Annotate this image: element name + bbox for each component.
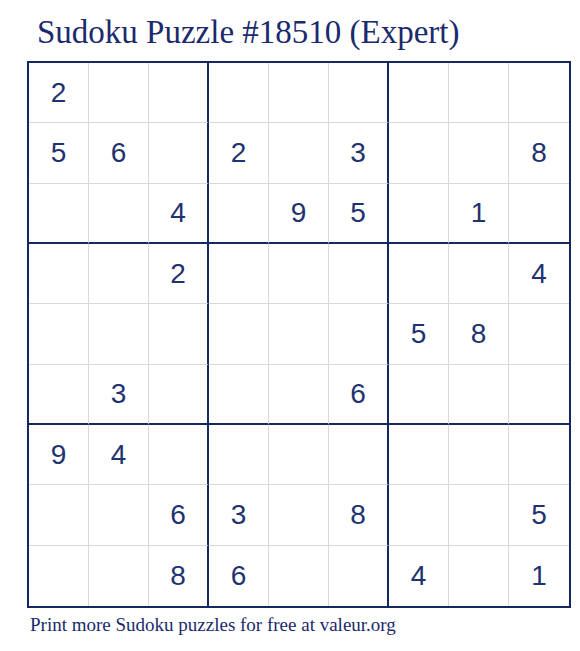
puzzle-title: Sudoku Puzzle #18510 (Expert)	[37, 11, 460, 53]
cell-r5c6	[329, 304, 389, 364]
cell-r4c5	[269, 244, 329, 304]
cell-r4c8	[449, 244, 509, 304]
cell-r5c3	[149, 304, 209, 364]
page: Sudoku Puzzle #18510 (Expert) 2562384951…	[0, 0, 580, 651]
cell-r9c9: 1	[509, 546, 569, 606]
cell-r9c5	[269, 546, 329, 606]
cell-r9c6	[329, 546, 389, 606]
cell-r6c2: 3	[89, 365, 149, 425]
cell-r9c8	[449, 546, 509, 606]
cell-r6c4	[209, 365, 269, 425]
cell-r7c6	[329, 425, 389, 485]
cell-r7c7	[389, 425, 449, 485]
cell-r7c4	[209, 425, 269, 485]
cell-r2c3	[149, 123, 209, 183]
cell-r5c1	[29, 304, 89, 364]
cell-r5c2	[89, 304, 149, 364]
cell-r9c4: 6	[209, 546, 269, 606]
cell-r7c3	[149, 425, 209, 485]
cell-r1c9	[509, 63, 569, 123]
cell-r6c8	[449, 365, 509, 425]
cell-r9c1	[29, 546, 89, 606]
cell-r3c5: 9	[269, 184, 329, 244]
cell-r1c1: 2	[29, 63, 89, 123]
cell-r4c9: 4	[509, 244, 569, 304]
cell-r2c5	[269, 123, 329, 183]
cell-r3c6: 5	[329, 184, 389, 244]
footer-text: Print more Sudoku puzzles for free at va…	[30, 612, 396, 638]
cell-r5c7: 5	[389, 304, 449, 364]
cell-r3c8: 1	[449, 184, 509, 244]
cell-r4c7	[389, 244, 449, 304]
cell-r5c5	[269, 304, 329, 364]
cell-r2c8	[449, 123, 509, 183]
cell-r2c1: 5	[29, 123, 89, 183]
cell-r6c9	[509, 365, 569, 425]
cell-r8c2	[89, 485, 149, 545]
cell-r3c9	[509, 184, 569, 244]
cell-r1c2	[89, 63, 149, 123]
cell-r5c9	[509, 304, 569, 364]
cell-r8c8	[449, 485, 509, 545]
cell-r4c3: 2	[149, 244, 209, 304]
cell-r7c9	[509, 425, 569, 485]
cell-r6c7	[389, 365, 449, 425]
cell-r7c8	[449, 425, 509, 485]
cell-r6c1	[29, 365, 89, 425]
cell-r2c6: 3	[329, 123, 389, 183]
cell-r8c5	[269, 485, 329, 545]
cell-r4c4	[209, 244, 269, 304]
cell-r2c2: 6	[89, 123, 149, 183]
cell-r9c3: 8	[149, 546, 209, 606]
cell-r9c7: 4	[389, 546, 449, 606]
cell-r1c3	[149, 63, 209, 123]
cell-r9c2	[89, 546, 149, 606]
cell-r6c6: 6	[329, 365, 389, 425]
cell-r5c8: 8	[449, 304, 509, 364]
cell-r7c5	[269, 425, 329, 485]
cell-r5c4	[209, 304, 269, 364]
cell-r8c9: 5	[509, 485, 569, 545]
cell-r3c7	[389, 184, 449, 244]
cell-r4c1	[29, 244, 89, 304]
cell-r3c1	[29, 184, 89, 244]
cell-r4c2	[89, 244, 149, 304]
sudoku-board: 25623849512458369463858641	[27, 61, 571, 608]
cell-r7c2: 4	[89, 425, 149, 485]
cell-r4c6	[329, 244, 389, 304]
cell-r6c5	[269, 365, 329, 425]
cell-r7c1: 9	[29, 425, 89, 485]
cell-r2c9: 8	[509, 123, 569, 183]
cell-r1c4	[209, 63, 269, 123]
cell-r3c3: 4	[149, 184, 209, 244]
cell-r3c4	[209, 184, 269, 244]
cell-r2c4: 2	[209, 123, 269, 183]
cell-r8c6: 8	[329, 485, 389, 545]
cell-r8c3: 6	[149, 485, 209, 545]
cell-r1c7	[389, 63, 449, 123]
cell-r8c4: 3	[209, 485, 269, 545]
cell-r6c3	[149, 365, 209, 425]
cell-r3c2	[89, 184, 149, 244]
cell-r8c1	[29, 485, 89, 545]
cell-r1c6	[329, 63, 389, 123]
cell-r2c7	[389, 123, 449, 183]
cell-r8c7	[389, 485, 449, 545]
cell-r1c5	[269, 63, 329, 123]
cell-r1c8	[449, 63, 509, 123]
